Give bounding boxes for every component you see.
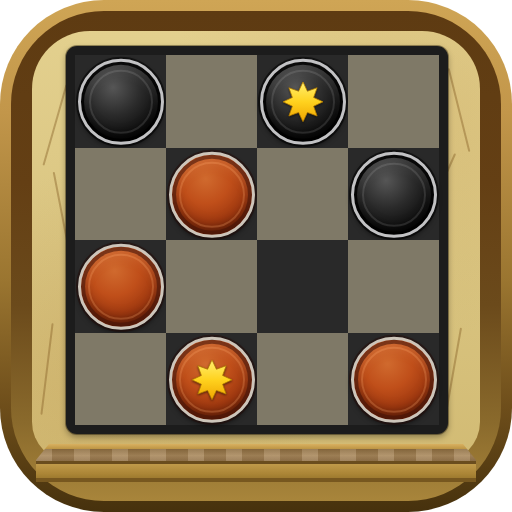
square-r0c3-light[interactable]: [348, 55, 439, 148]
king-star-icon: [192, 360, 232, 400]
crack-line: [40, 323, 53, 415]
square-r3c3-dark[interactable]: [348, 333, 439, 426]
crack-line: [448, 68, 471, 152]
square-r1c0-light[interactable]: [75, 148, 166, 241]
red-king-piece[interactable]: [169, 337, 255, 423]
square-r1c2-light[interactable]: [257, 148, 348, 241]
square-r2c3-light[interactable]: [348, 240, 439, 333]
square-r2c0-dark[interactable]: [75, 240, 166, 333]
checkers-board: [66, 46, 448, 434]
red-man-piece[interactable]: [78, 244, 164, 330]
square-r2c1-light[interactable]: [166, 240, 257, 333]
square-r0c2-dark[interactable]: [257, 55, 348, 148]
red-man-piece[interactable]: [169, 152, 255, 238]
square-r3c1-dark[interactable]: [166, 333, 257, 426]
piece-tray-shelf: [36, 444, 476, 482]
red-man-piece[interactable]: [351, 337, 437, 423]
king-star-icon: [283, 82, 323, 122]
tray-front-face: [36, 464, 476, 478]
square-r1c3-dark[interactable]: [348, 148, 439, 241]
black-man-piece[interactable]: [78, 59, 164, 145]
tray-bottom-edge: [36, 478, 476, 482]
black-man-piece[interactable]: [351, 152, 437, 238]
checkers-app-icon: [0, 0, 512, 512]
crack-line: [42, 84, 67, 165]
square-r2c2-dark[interactable]: [257, 240, 348, 333]
square-r0c1-light[interactable]: [166, 55, 257, 148]
board-grid: [75, 55, 439, 425]
tray-wood-strip: [36, 449, 476, 461]
square-r1c1-dark[interactable]: [166, 148, 257, 241]
black-king-piece[interactable]: [260, 59, 346, 145]
square-r0c0-dark[interactable]: [75, 55, 166, 148]
square-r3c0-light[interactable]: [75, 333, 166, 426]
square-r3c2-light[interactable]: [257, 333, 348, 426]
